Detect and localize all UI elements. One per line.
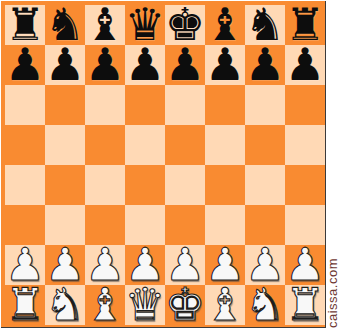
black-pawn-icon: ♟ xyxy=(285,42,325,87)
square-e1[interactable]: ♚ xyxy=(165,285,205,325)
square-d6[interactable] xyxy=(125,85,165,125)
caissa-watermark: caissa.com xyxy=(326,258,339,328)
square-h1[interactable]: ♜ xyxy=(285,285,325,325)
square-f5[interactable] xyxy=(205,125,245,165)
square-b5[interactable] xyxy=(45,125,85,165)
black-pawn-icon: ♟ xyxy=(85,42,125,87)
square-c6[interactable] xyxy=(85,85,125,125)
square-d5[interactable] xyxy=(125,125,165,165)
square-c7[interactable]: ♟ xyxy=(85,45,125,85)
square-b6[interactable] xyxy=(45,85,85,125)
square-b4[interactable] xyxy=(45,165,85,205)
square-g6[interactable] xyxy=(245,85,285,125)
white-queen-icon: ♛ xyxy=(125,282,165,327)
square-e4[interactable] xyxy=(165,165,205,205)
white-bishop-icon: ♝ xyxy=(205,282,245,327)
square-g7[interactable]: ♟ xyxy=(245,45,285,85)
square-e6[interactable] xyxy=(165,85,205,125)
black-pawn-icon: ♟ xyxy=(165,42,205,87)
square-d1[interactable]: ♛ xyxy=(125,285,165,325)
square-g5[interactable] xyxy=(245,125,285,165)
square-f6[interactable] xyxy=(205,85,245,125)
square-d7[interactable]: ♟ xyxy=(125,45,165,85)
square-f4[interactable] xyxy=(205,165,245,205)
square-a1[interactable]: ♜ xyxy=(5,285,45,325)
white-rook-icon: ♜ xyxy=(5,282,45,327)
black-pawn-icon: ♟ xyxy=(45,42,85,87)
white-rook-icon: ♜ xyxy=(285,282,325,327)
square-b1[interactable]: ♞ xyxy=(45,285,85,325)
black-pawn-icon: ♟ xyxy=(245,42,285,87)
square-c1[interactable]: ♝ xyxy=(85,285,125,325)
white-bishop-icon: ♝ xyxy=(85,282,125,327)
square-a7[interactable]: ♟ xyxy=(5,45,45,85)
square-c4[interactable] xyxy=(85,165,125,205)
square-a4[interactable] xyxy=(5,165,45,205)
square-c5[interactable] xyxy=(85,125,125,165)
black-pawn-icon: ♟ xyxy=(125,42,165,87)
square-g4[interactable] xyxy=(245,165,285,205)
square-a5[interactable] xyxy=(5,125,45,165)
square-g1[interactable]: ♞ xyxy=(245,285,285,325)
page: ♜♞♝♛♚♝♞♜♟♟♟♟♟♟♟♟♟♟♟♟♟♟♟♟♜♞♝♛♚♝♞♜ caissa.… xyxy=(0,0,340,328)
square-f7[interactable]: ♟ xyxy=(205,45,245,85)
square-f1[interactable]: ♝ xyxy=(205,285,245,325)
square-a6[interactable] xyxy=(5,85,45,125)
black-pawn-icon: ♟ xyxy=(205,42,245,87)
square-h4[interactable] xyxy=(285,165,325,205)
white-knight-icon: ♞ xyxy=(45,282,85,327)
chess-board: ♜♞♝♛♚♝♞♜♟♟♟♟♟♟♟♟♟♟♟♟♟♟♟♟♜♞♝♛♚♝♞♜ xyxy=(1,1,326,328)
board-grid: ♜♞♝♛♚♝♞♜♟♟♟♟♟♟♟♟♟♟♟♟♟♟♟♟♜♞♝♛♚♝♞♜ xyxy=(5,5,325,325)
square-h6[interactable] xyxy=(285,85,325,125)
square-h7[interactable]: ♟ xyxy=(285,45,325,85)
square-b7[interactable]: ♟ xyxy=(45,45,85,85)
black-pawn-icon: ♟ xyxy=(5,42,45,87)
white-king-icon: ♚ xyxy=(165,282,205,327)
square-d4[interactable] xyxy=(125,165,165,205)
white-knight-icon: ♞ xyxy=(245,282,285,327)
square-e7[interactable]: ♟ xyxy=(165,45,205,85)
square-e5[interactable] xyxy=(165,125,205,165)
square-h5[interactable] xyxy=(285,125,325,165)
